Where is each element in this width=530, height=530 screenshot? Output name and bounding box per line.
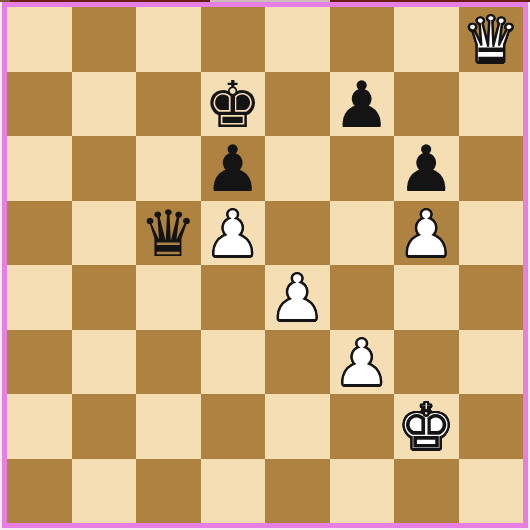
square-g1[interactable] bbox=[394, 459, 459, 524]
square-g8[interactable] bbox=[394, 7, 459, 72]
square-a4[interactable] bbox=[7, 265, 72, 330]
piece-black-queen[interactable]: ♛ bbox=[140, 202, 197, 265]
square-h5[interactable] bbox=[459, 201, 524, 266]
square-f4[interactable] bbox=[330, 265, 395, 330]
square-b5[interactable] bbox=[72, 201, 137, 266]
square-f7[interactable]: ♟ bbox=[330, 72, 395, 137]
square-b8[interactable] bbox=[72, 7, 137, 72]
piece-white-pawn[interactable]: ♟ bbox=[269, 266, 326, 329]
square-a5[interactable] bbox=[7, 201, 72, 266]
square-h6[interactable] bbox=[459, 136, 524, 201]
top-edge-segment bbox=[330, 0, 530, 2]
square-d1[interactable] bbox=[201, 459, 266, 524]
square-d4[interactable] bbox=[201, 265, 266, 330]
square-e6[interactable] bbox=[265, 136, 330, 201]
piece-white-queen[interactable]: ♛ bbox=[462, 8, 519, 71]
square-h8[interactable]: ♛ bbox=[459, 7, 524, 72]
square-f6[interactable] bbox=[330, 136, 395, 201]
square-b1[interactable] bbox=[72, 459, 137, 524]
chessboard-frame: ♛♚♟♟♟♛♟♟♟♟♚ bbox=[0, 0, 530, 530]
top-edge-artifact bbox=[0, 0, 530, 2]
square-a1[interactable] bbox=[7, 459, 72, 524]
square-h2[interactable] bbox=[459, 394, 524, 459]
square-b2[interactable] bbox=[72, 394, 137, 459]
piece-black-pawn[interactable]: ♟ bbox=[398, 137, 455, 200]
square-h1[interactable] bbox=[459, 459, 524, 524]
square-f2[interactable] bbox=[330, 394, 395, 459]
square-b7[interactable] bbox=[72, 72, 137, 137]
square-a8[interactable] bbox=[7, 7, 72, 72]
square-d8[interactable] bbox=[201, 7, 266, 72]
square-d7[interactable]: ♚ bbox=[201, 72, 266, 137]
square-g7[interactable] bbox=[394, 72, 459, 137]
piece-black-pawn[interactable]: ♟ bbox=[333, 73, 390, 136]
piece-black-king[interactable]: ♚ bbox=[204, 73, 261, 136]
square-e5[interactable] bbox=[265, 201, 330, 266]
square-c5[interactable]: ♛ bbox=[136, 201, 201, 266]
square-h3[interactable] bbox=[459, 330, 524, 395]
square-a2[interactable] bbox=[7, 394, 72, 459]
square-g4[interactable] bbox=[394, 265, 459, 330]
square-c7[interactable] bbox=[136, 72, 201, 137]
square-h7[interactable] bbox=[459, 72, 524, 137]
top-edge-segment bbox=[210, 0, 330, 2]
square-c8[interactable] bbox=[136, 7, 201, 72]
piece-white-pawn[interactable]: ♟ bbox=[398, 202, 455, 265]
square-d3[interactable] bbox=[201, 330, 266, 395]
chessboard: ♛♚♟♟♟♛♟♟♟♟♚ bbox=[7, 7, 523, 523]
square-g3[interactable] bbox=[394, 330, 459, 395]
piece-white-king[interactable]: ♚ bbox=[398, 395, 455, 458]
square-d6[interactable]: ♟ bbox=[201, 136, 266, 201]
square-g5[interactable]: ♟ bbox=[394, 201, 459, 266]
square-c3[interactable] bbox=[136, 330, 201, 395]
square-a6[interactable] bbox=[7, 136, 72, 201]
square-c4[interactable] bbox=[136, 265, 201, 330]
square-f5[interactable] bbox=[330, 201, 395, 266]
square-b3[interactable] bbox=[72, 330, 137, 395]
square-e4[interactable]: ♟ bbox=[265, 265, 330, 330]
top-edge-segment bbox=[0, 0, 10, 2]
square-e7[interactable] bbox=[265, 72, 330, 137]
piece-white-pawn[interactable]: ♟ bbox=[333, 331, 390, 394]
square-c6[interactable] bbox=[136, 136, 201, 201]
square-c2[interactable] bbox=[136, 394, 201, 459]
square-h4[interactable] bbox=[459, 265, 524, 330]
square-d2[interactable] bbox=[201, 394, 266, 459]
piece-white-pawn[interactable]: ♟ bbox=[204, 202, 261, 265]
square-e3[interactable] bbox=[265, 330, 330, 395]
square-a3[interactable] bbox=[7, 330, 72, 395]
square-d5[interactable]: ♟ bbox=[201, 201, 266, 266]
square-e2[interactable] bbox=[265, 394, 330, 459]
square-f1[interactable] bbox=[330, 459, 395, 524]
square-e8[interactable] bbox=[265, 7, 330, 72]
square-c1[interactable] bbox=[136, 459, 201, 524]
square-b6[interactable] bbox=[72, 136, 137, 201]
square-b4[interactable] bbox=[72, 265, 137, 330]
top-edge-segment bbox=[10, 0, 210, 2]
square-a7[interactable] bbox=[7, 72, 72, 137]
square-g2[interactable]: ♚ bbox=[394, 394, 459, 459]
square-e1[interactable] bbox=[265, 459, 330, 524]
square-f8[interactable] bbox=[330, 7, 395, 72]
square-g6[interactable]: ♟ bbox=[394, 136, 459, 201]
square-f3[interactable]: ♟ bbox=[330, 330, 395, 395]
piece-black-pawn[interactable]: ♟ bbox=[204, 137, 261, 200]
